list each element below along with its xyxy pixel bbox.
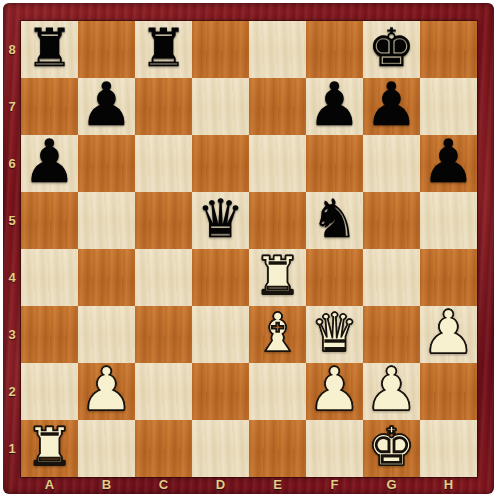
square-f5[interactable]: ♞ [306,192,363,249]
square-h1[interactable] [420,420,477,477]
piece-white-bishop[interactable]: ♝ [254,306,302,359]
square-b6[interactable] [78,135,135,192]
piece-black-rook[interactable]: ♜ [26,21,74,74]
piece-white-rook[interactable]: ♜ [26,420,74,473]
rank-label-8: 8 [3,21,21,78]
piece-white-queen[interactable]: ♛ [311,306,359,359]
rank-label-4: 4 [3,249,21,306]
square-b7[interactable]: ♟ [78,78,135,135]
piece-white-king[interactable]: ♚ [368,420,416,473]
piece-white-pawn[interactable]: ♟ [308,359,362,419]
square-b2[interactable]: ♟ [78,363,135,420]
chessboard[interactable]: ♜♜♚♟♟♟♟♟♛♞♜♝♛♟♟♟♟♜♚ [21,21,477,477]
square-g7[interactable]: ♟ [363,78,420,135]
rank-label-6: 6 [3,135,21,192]
square-b1[interactable] [78,420,135,477]
square-d8[interactable] [192,21,249,78]
file-label-f: F [306,477,363,494]
square-c2[interactable] [135,363,192,420]
rank-label-1: 1 [3,420,21,477]
rank-label-3: 3 [3,306,21,363]
square-e7[interactable] [249,78,306,135]
square-f7[interactable]: ♟ [306,78,363,135]
square-f4[interactable] [306,249,363,306]
piece-white-pawn[interactable]: ♟ [80,359,134,419]
square-g2[interactable]: ♟ [363,363,420,420]
square-e6[interactable] [249,135,306,192]
piece-black-pawn[interactable]: ♟ [308,74,362,134]
piece-black-queen[interactable]: ♛ [197,192,245,245]
file-label-b: B [78,477,135,494]
piece-black-pawn[interactable]: ♟ [422,131,476,191]
square-c1[interactable] [135,420,192,477]
piece-black-knight[interactable]: ♞ [311,192,359,245]
square-g5[interactable] [363,192,420,249]
rank-label-5: 5 [3,192,21,249]
square-a8[interactable]: ♜ [21,21,78,78]
piece-white-pawn[interactable]: ♟ [365,359,419,419]
square-e4[interactable]: ♜ [249,249,306,306]
square-d2[interactable] [192,363,249,420]
square-d7[interactable] [192,78,249,135]
piece-black-king[interactable]: ♚ [368,21,416,74]
square-b4[interactable] [78,249,135,306]
piece-black-pawn[interactable]: ♟ [365,74,419,134]
file-label-g: G [363,477,420,494]
square-g6[interactable] [363,135,420,192]
square-d6[interactable] [192,135,249,192]
square-e2[interactable] [249,363,306,420]
file-label-h: H [420,477,477,494]
file-label-e: E [249,477,306,494]
square-b5[interactable] [78,192,135,249]
square-c4[interactable] [135,249,192,306]
square-f6[interactable] [306,135,363,192]
chess-app: ♜♜♚♟♟♟♟♟♛♞♜♝♛♟♟♟♟♜♚ 87654321 ABCDEFGH [0,0,497,497]
square-h2[interactable] [420,363,477,420]
square-d3[interactable] [192,306,249,363]
square-g4[interactable] [363,249,420,306]
piece-black-rook[interactable]: ♜ [140,21,188,74]
piece-black-pawn[interactable]: ♟ [23,131,77,191]
square-c3[interactable] [135,306,192,363]
square-a5[interactable] [21,192,78,249]
square-f2[interactable]: ♟ [306,363,363,420]
square-g1[interactable]: ♚ [363,420,420,477]
file-label-d: D [192,477,249,494]
square-d4[interactable] [192,249,249,306]
square-d5[interactable]: ♛ [192,192,249,249]
piece-white-rook[interactable]: ♜ [254,249,302,302]
rank-label-7: 7 [3,78,21,135]
square-a2[interactable] [21,363,78,420]
square-c5[interactable] [135,192,192,249]
piece-white-pawn[interactable]: ♟ [422,302,476,362]
square-c8[interactable]: ♜ [135,21,192,78]
square-h8[interactable] [420,21,477,78]
square-e3[interactable]: ♝ [249,306,306,363]
square-e8[interactable] [249,21,306,78]
square-a6[interactable]: ♟ [21,135,78,192]
board-frame: ♜♜♚♟♟♟♟♟♛♞♜♝♛♟♟♟♟♜♚ 87654321 ABCDEFGH [3,3,494,494]
square-d1[interactable] [192,420,249,477]
square-f1[interactable] [306,420,363,477]
file-label-a: A [21,477,78,494]
square-h3[interactable]: ♟ [420,306,477,363]
square-a1[interactable]: ♜ [21,420,78,477]
square-a4[interactable] [21,249,78,306]
square-h6[interactable]: ♟ [420,135,477,192]
piece-black-pawn[interactable]: ♟ [80,74,134,134]
file-label-c: C [135,477,192,494]
square-c6[interactable] [135,135,192,192]
square-h5[interactable] [420,192,477,249]
square-e5[interactable] [249,192,306,249]
square-c7[interactable] [135,78,192,135]
square-e1[interactable] [249,420,306,477]
square-a3[interactable] [21,306,78,363]
rank-label-2: 2 [3,363,21,420]
